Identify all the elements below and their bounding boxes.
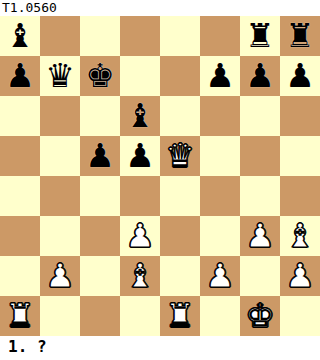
chess-puzzle-window: T1.0560 ♝♜♜♟♛♚♟♟♟♝♟♟♛♟♟♝♟♝♟♟♜♜♚ 1. ? [0,0,320,360]
square-d8[interactable] [120,16,160,56]
square-h6[interactable] [280,96,320,136]
square-f5[interactable] [200,136,240,176]
square-d4[interactable] [120,176,160,216]
square-c4[interactable] [80,176,120,216]
piece-black-rook: ♜ [285,16,315,56]
square-c5[interactable]: ♟ [80,136,120,176]
square-a4[interactable] [0,176,40,216]
square-d7[interactable] [120,56,160,96]
square-b2[interactable]: ♟ [40,256,80,296]
piece-black-pawn: ♟ [85,136,115,176]
square-f3[interactable] [200,216,240,256]
square-e4[interactable] [160,176,200,216]
square-g5[interactable] [240,136,280,176]
square-e1[interactable]: ♜ [160,296,200,336]
piece-black-pawn: ♟ [125,136,155,176]
square-a6[interactable] [0,96,40,136]
piece-black-rook: ♜ [245,16,275,56]
square-b4[interactable] [40,176,80,216]
square-c6[interactable] [80,96,120,136]
square-e5[interactable]: ♛ [160,136,200,176]
square-e2[interactable] [160,256,200,296]
square-c1[interactable] [80,296,120,336]
square-f6[interactable] [200,96,240,136]
square-f4[interactable] [200,176,240,216]
square-f8[interactable] [200,16,240,56]
square-h1[interactable] [280,296,320,336]
piece-black-bishop: ♝ [5,16,35,56]
square-a1[interactable]: ♜ [0,296,40,336]
chess-board: ♝♜♜♟♛♚♟♟♟♝♟♟♛♟♟♝♟♝♟♟♜♜♚ [0,16,320,336]
piece-white-king: ♚ [245,296,275,336]
piece-black-bishop: ♝ [125,96,155,136]
square-g1[interactable]: ♚ [240,296,280,336]
square-h4[interactable] [280,176,320,216]
square-b1[interactable] [40,296,80,336]
square-d3[interactable]: ♟ [120,216,160,256]
square-a8[interactable]: ♝ [0,16,40,56]
piece-black-pawn: ♟ [245,56,275,96]
square-h7[interactable]: ♟ [280,56,320,96]
square-c2[interactable] [80,256,120,296]
piece-white-bishop: ♝ [125,256,155,296]
square-g7[interactable]: ♟ [240,56,280,96]
piece-black-king: ♚ [85,56,115,96]
square-d1[interactable] [120,296,160,336]
piece-white-pawn: ♟ [245,216,275,256]
square-g2[interactable] [240,256,280,296]
square-d6[interactable]: ♝ [120,96,160,136]
square-e7[interactable] [160,56,200,96]
square-e6[interactable] [160,96,200,136]
piece-white-pawn: ♟ [205,256,235,296]
square-c8[interactable] [80,16,120,56]
square-h5[interactable] [280,136,320,176]
piece-white-pawn: ♟ [285,256,315,296]
square-a3[interactable] [0,216,40,256]
piece-black-queen: ♛ [45,56,75,96]
piece-black-pawn: ♟ [5,56,35,96]
piece-white-pawn: ♟ [125,216,155,256]
move-prompt: 1. ? [0,336,320,360]
piece-black-pawn: ♟ [285,56,315,96]
square-d5[interactable]: ♟ [120,136,160,176]
square-g3[interactable]: ♟ [240,216,280,256]
square-b7[interactable]: ♛ [40,56,80,96]
square-b8[interactable] [40,16,80,56]
square-g8[interactable]: ♜ [240,16,280,56]
square-f7[interactable]: ♟ [200,56,240,96]
square-c7[interactable]: ♚ [80,56,120,96]
square-d2[interactable]: ♝ [120,256,160,296]
square-c3[interactable] [80,216,120,256]
piece-white-rook: ♜ [5,296,35,336]
square-e3[interactable] [160,216,200,256]
piece-white-rook: ♜ [165,296,195,336]
piece-white-queen: ♛ [165,136,195,176]
square-f1[interactable] [200,296,240,336]
piece-black-pawn: ♟ [205,56,235,96]
square-a7[interactable]: ♟ [0,56,40,96]
square-a5[interactable] [0,136,40,176]
square-h3[interactable]: ♝ [280,216,320,256]
square-e8[interactable] [160,16,200,56]
square-g4[interactable] [240,176,280,216]
square-g6[interactable] [240,96,280,136]
puzzle-title: T1.0560 [0,0,320,16]
piece-white-bishop: ♝ [285,216,315,256]
piece-white-pawn: ♟ [45,256,75,296]
square-h2[interactable]: ♟ [280,256,320,296]
square-a2[interactable] [0,256,40,296]
square-f2[interactable]: ♟ [200,256,240,296]
square-b6[interactable] [40,96,80,136]
square-b5[interactable] [40,136,80,176]
square-b3[interactable] [40,216,80,256]
square-h8[interactable]: ♜ [280,16,320,56]
